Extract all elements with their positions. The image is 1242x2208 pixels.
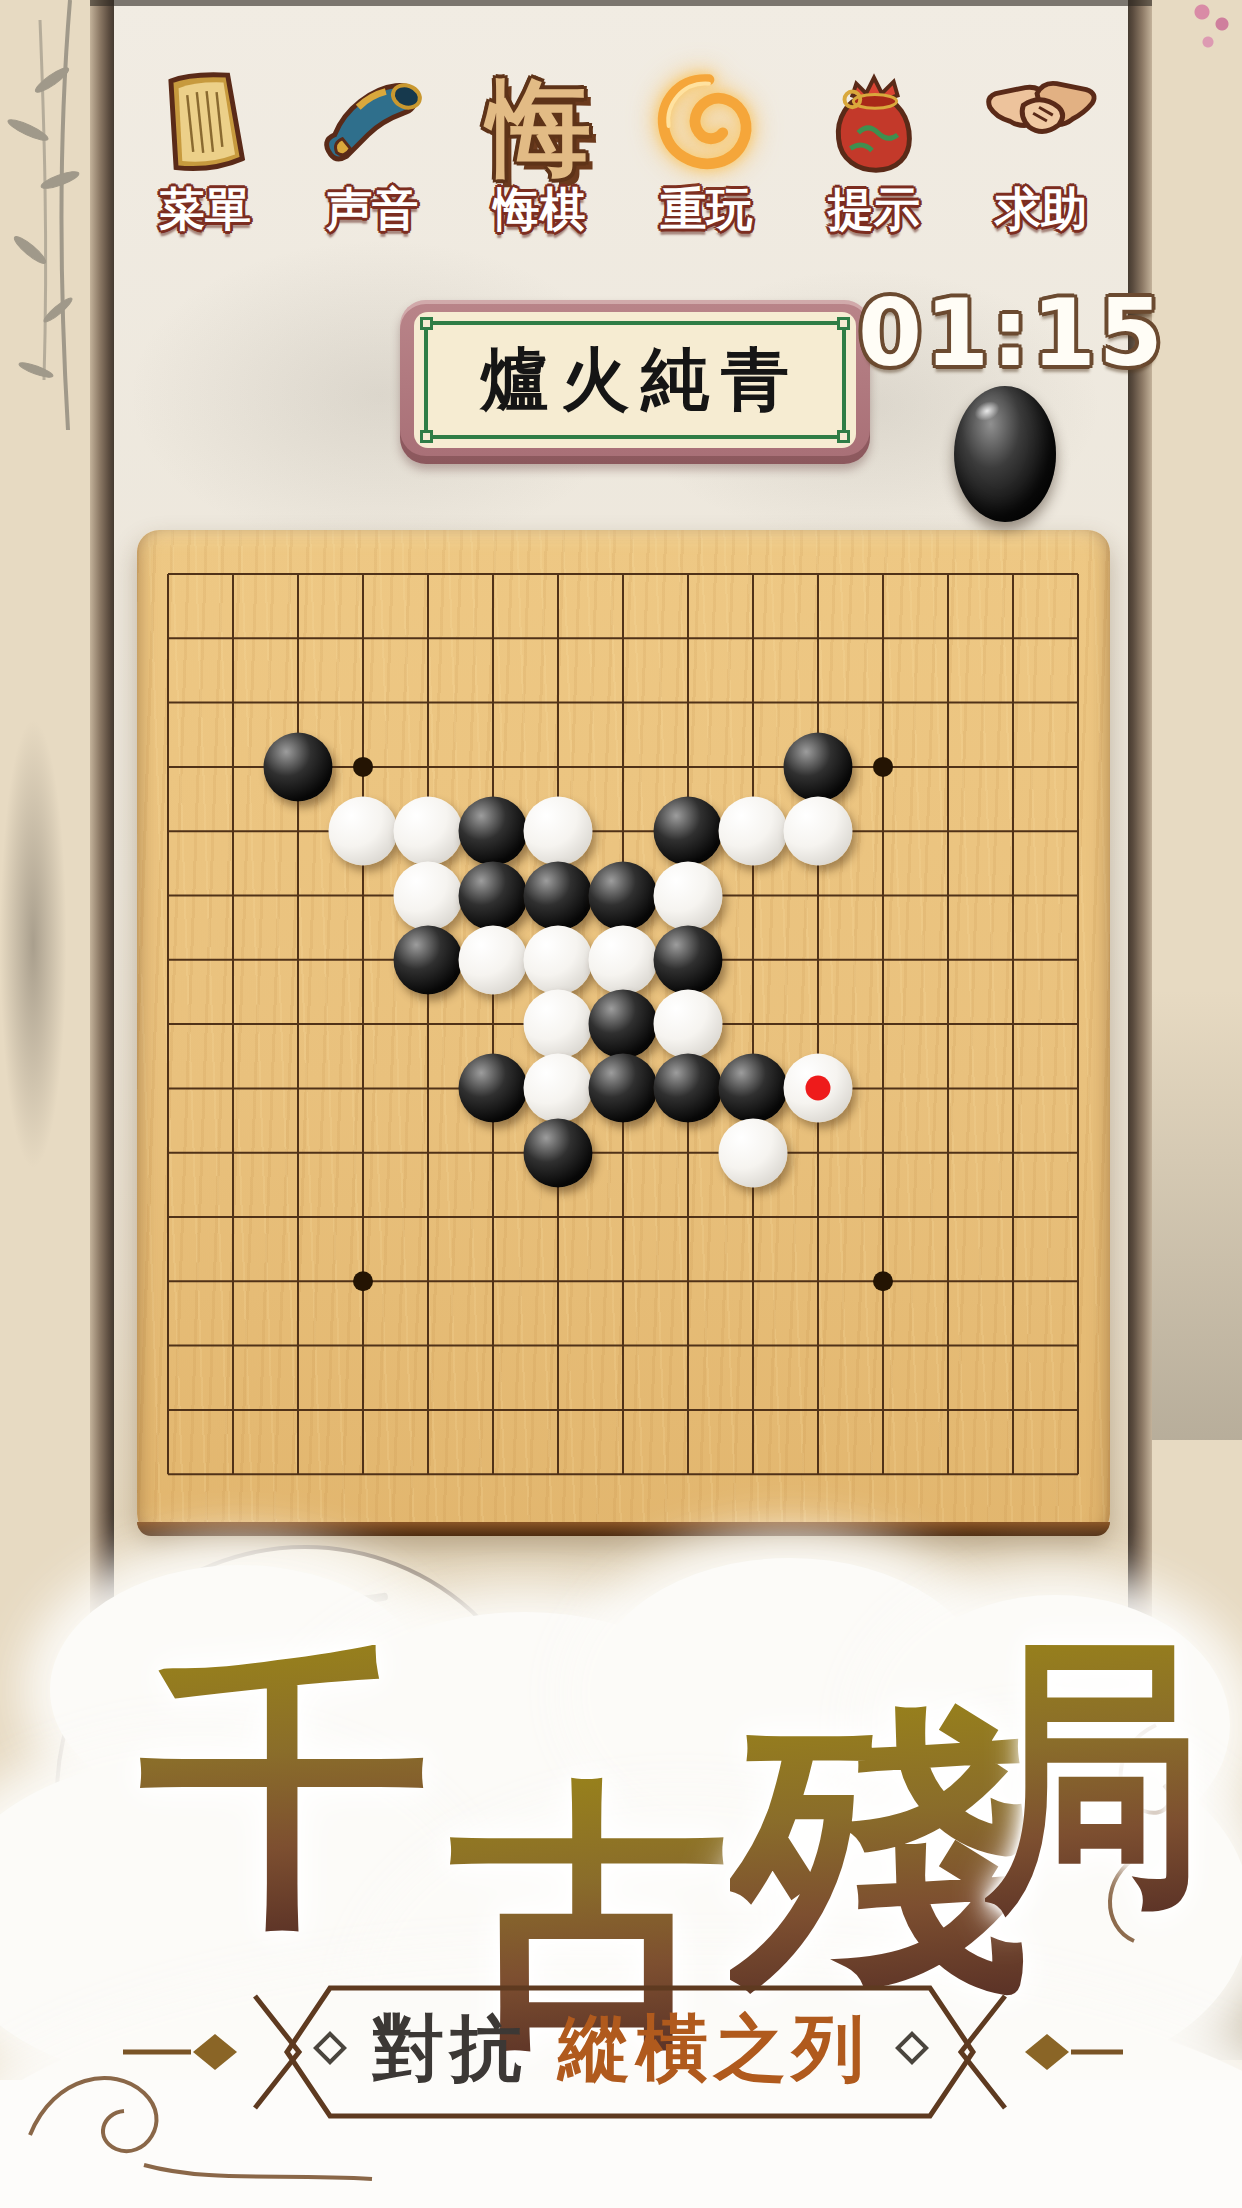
black-stone: ● bbox=[524, 1118, 593, 1187]
black-stone: ● bbox=[589, 1054, 658, 1123]
app-screenshot: 菜單 声音 悔 悔棋 bbox=[0, 0, 1242, 2208]
black-stone: ● bbox=[654, 797, 723, 866]
level-plaque: 爐火純青 bbox=[400, 300, 870, 464]
plum-blossom-icon bbox=[1190, 2, 1240, 66]
undo-label: 悔棋 bbox=[493, 186, 585, 232]
plaque-corner-decor bbox=[837, 317, 850, 330]
white-stone: ○ bbox=[589, 925, 658, 994]
star-point bbox=[353, 757, 373, 777]
status-bar-strip bbox=[90, 0, 1152, 6]
white-stone: ○ bbox=[394, 797, 463, 866]
level-plaque-inner: 爐火純青 bbox=[414, 312, 856, 448]
black-stone: ● bbox=[264, 732, 333, 801]
white-stone: ○ bbox=[719, 797, 788, 866]
black-stone: ● bbox=[589, 990, 658, 1059]
sound-label: 声音 bbox=[326, 186, 418, 232]
toolbar: 菜單 声音 悔 悔棋 bbox=[118, 56, 1128, 256]
diamond-decor-icon bbox=[313, 2031, 347, 2065]
replay-button[interactable]: 重玩 bbox=[628, 56, 786, 256]
star-point bbox=[353, 1271, 373, 1291]
white-stone: ○ bbox=[524, 797, 593, 866]
black-stone: ● bbox=[394, 925, 463, 994]
black-stone: ● bbox=[459, 797, 528, 866]
plaque-corner-decor bbox=[420, 430, 433, 443]
black-stone: ● bbox=[459, 1054, 528, 1123]
black-turn-indicator-stone bbox=[954, 386, 1056, 522]
black-stone: ● bbox=[784, 732, 853, 801]
hint-label: 提示 bbox=[828, 186, 920, 232]
hint-button[interactable]: 提示 bbox=[795, 56, 953, 256]
white-stone: ○ bbox=[784, 1054, 853, 1123]
white-stone: ○ bbox=[524, 1054, 593, 1123]
menu-button[interactable]: 菜單 bbox=[126, 56, 284, 256]
pouch-icon bbox=[815, 56, 933, 182]
handshake-icon bbox=[982, 56, 1100, 182]
title-char-4: 局 bbox=[985, 1630, 1203, 1920]
ink-mountain-wash bbox=[1150, 840, 1242, 1440]
level-name: 爐火純青 bbox=[469, 335, 801, 426]
plaque-corner-decor bbox=[837, 430, 850, 443]
sound-button[interactable]: 声音 bbox=[293, 56, 451, 256]
banner-text-accent: 縱橫之列 bbox=[558, 2012, 870, 2084]
star-point bbox=[873, 757, 893, 777]
swirl-icon bbox=[648, 56, 766, 182]
horn-icon bbox=[313, 56, 431, 182]
help-button[interactable]: 求助 bbox=[962, 56, 1120, 256]
help-label: 求助 bbox=[995, 186, 1087, 232]
white-stone: ○ bbox=[719, 1118, 788, 1187]
white-stone: ○ bbox=[784, 797, 853, 866]
white-stone: ○ bbox=[654, 861, 723, 930]
black-stone: ● bbox=[719, 1054, 788, 1123]
black-stone: ● bbox=[524, 861, 593, 930]
bamboo-ink-icon bbox=[0, 0, 92, 520]
white-stone: ○ bbox=[524, 990, 593, 1059]
white-stone: ○ bbox=[524, 925, 593, 994]
hui-character-icon: 悔 bbox=[487, 56, 591, 182]
black-stone: ● bbox=[654, 1054, 723, 1123]
timer: 01:15 bbox=[858, 280, 1118, 387]
replay-label: 重玩 bbox=[661, 186, 753, 232]
white-stone: ○ bbox=[394, 861, 463, 930]
diamond-decor-icon bbox=[895, 2031, 929, 2065]
board-grid[interactable]: ●●○○●○●○○○●●●○●○○○●○●○●○●●●○●○ bbox=[137, 530, 1110, 1536]
white-stone: ○ bbox=[654, 990, 723, 1059]
star-point bbox=[873, 1271, 893, 1291]
ink-rock-wash bbox=[0, 720, 95, 1280]
plaque-corner-decor bbox=[420, 317, 433, 330]
black-stone: ● bbox=[459, 861, 528, 930]
undo-button[interactable]: 悔 悔棋 bbox=[460, 56, 618, 256]
black-stone: ● bbox=[589, 861, 658, 930]
scroll-icon bbox=[146, 56, 264, 182]
title-char-1: 千 bbox=[140, 1645, 430, 1935]
banner-text-row: 對抗 縱橫之列 bbox=[140, 1996, 1102, 2100]
white-stone: ○ bbox=[329, 797, 398, 866]
menu-label: 菜單 bbox=[159, 186, 251, 232]
banner-text-dark: 對抗 bbox=[372, 2012, 528, 2084]
white-stone: ○ bbox=[459, 925, 528, 994]
black-stone: ● bbox=[654, 925, 723, 994]
